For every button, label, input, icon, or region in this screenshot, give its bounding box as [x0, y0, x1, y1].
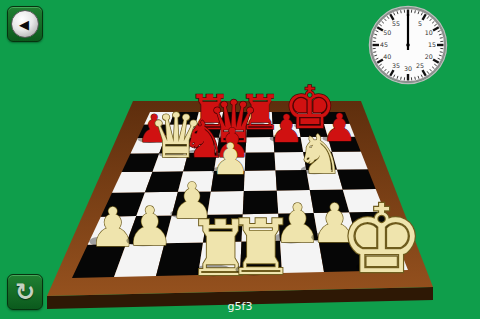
svg-text:5: 5	[418, 20, 422, 27]
svg-text:25: 25	[416, 62, 424, 69]
svg-text:55: 55	[392, 20, 400, 27]
svg-text:45: 45	[380, 41, 388, 48]
svg-text:50: 50	[383, 29, 391, 36]
svg-text:30: 30	[404, 65, 412, 72]
piece-cream-n-g5[interactable]: ♞	[296, 123, 344, 186]
svg-text:20: 20	[425, 53, 433, 60]
piece-cream-p-b2[interactable]: ♟	[126, 195, 174, 258]
piece-cream-q-b6[interactable]: ♛	[149, 100, 204, 172]
svg-text:35: 35	[392, 62, 400, 69]
piece-cream-r-e1[interactable]: ♜	[227, 203, 296, 292]
svg-text:40: 40	[383, 53, 391, 60]
piece-cream-k-h1[interactable]: ♚	[339, 184, 424, 294]
chess-board-3d[interactable]: 510152025303540455055♜♜♚♟♛♟♟♞♟♛♟♞♟♟♟♟♟♜♜…	[0, 0, 480, 319]
svg-text:15: 15	[428, 41, 436, 48]
status-move: g5f3	[0, 300, 480, 316]
piece-cream-p-d5[interactable]: ♟	[211, 134, 250, 184]
clock: 510152025303540455055	[370, 7, 447, 84]
svg-text:10: 10	[425, 29, 433, 36]
